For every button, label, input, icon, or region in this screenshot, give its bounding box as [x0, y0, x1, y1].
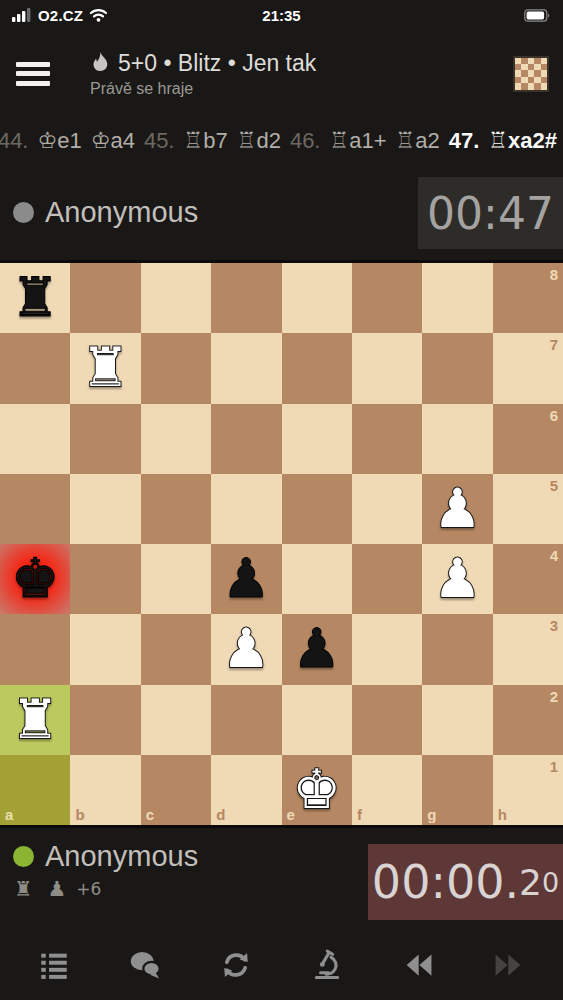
- square-e5[interactable]: [282, 474, 352, 544]
- square-h2[interactable]: 2: [493, 685, 563, 755]
- online-status-dot: [13, 846, 34, 867]
- square-b1[interactable]: b: [70, 755, 140, 825]
- rewind-icon[interactable]: [388, 942, 448, 988]
- move-list-icon[interactable]: [24, 942, 84, 988]
- file-label: d: [216, 807, 225, 822]
- move-token[interactable]: ♔a4: [91, 128, 135, 154]
- square-g1[interactable]: g: [422, 755, 492, 825]
- clock-time: 21:35: [142, 7, 421, 24]
- square-c8[interactable]: [141, 263, 211, 333]
- square-c6[interactable]: [141, 404, 211, 474]
- square-a1[interactable]: a: [0, 755, 70, 825]
- battery-icon: [524, 9, 551, 22]
- white-king[interactable]: ♚: [292, 763, 340, 817]
- move-token[interactable]: 44.: [0, 128, 28, 154]
- square-b8[interactable]: [70, 263, 140, 333]
- square-d3[interactable]: ♟: [211, 614, 281, 684]
- black-pawn[interactable]: ♟: [292, 622, 340, 676]
- file-label: h: [498, 807, 507, 822]
- square-d1[interactable]: d: [211, 755, 281, 825]
- square-a7[interactable]: [0, 333, 70, 403]
- move-token[interactable]: ♔e1: [37, 128, 81, 154]
- chess-board[interactable]: ♜8♜76♟5♚♟♟4♟♟3♜2abcde♚fg1h: [0, 260, 563, 828]
- square-b6[interactable]: [70, 404, 140, 474]
- fast-forward-icon[interactable]: [479, 942, 539, 988]
- square-f8[interactable]: [352, 263, 422, 333]
- rematch-loop-icon[interactable]: [206, 942, 266, 988]
- chat-icon[interactable]: [115, 942, 175, 988]
- wifi-icon: [89, 8, 108, 22]
- status-bar: O2.CZ 21:35: [0, 0, 563, 30]
- move-list: e1♖f2+44.♔e1♔a445.♖b7♖d246.♖a1+♖a247.♖xa…: [0, 117, 563, 165]
- file-label: b: [75, 807, 84, 822]
- square-c5[interactable]: [141, 474, 211, 544]
- white-pawn[interactable]: ♟: [433, 482, 481, 536]
- square-e4[interactable]: [282, 544, 352, 614]
- square-f2[interactable]: [352, 685, 422, 755]
- black-rook[interactable]: ♜: [11, 271, 59, 325]
- rank-label: 4: [550, 548, 558, 563]
- rank-label: 7: [550, 337, 558, 352]
- move-token[interactable]: ♖xa2#: [488, 128, 557, 154]
- square-a3[interactable]: [0, 614, 70, 684]
- square-b4[interactable]: [70, 544, 140, 614]
- square-d6[interactable]: [211, 404, 281, 474]
- bottom-toolbar: [0, 930, 563, 1000]
- rank-label: 5: [550, 478, 558, 493]
- signal-strength-icon: [12, 8, 32, 22]
- rank-label: 6: [550, 408, 558, 423]
- menu-button[interactable]: [16, 62, 50, 86]
- square-c2[interactable]: [141, 685, 211, 755]
- square-d8[interactable]: [211, 263, 281, 333]
- square-f7[interactable]: [352, 333, 422, 403]
- black-king[interactable]: ♚: [11, 552, 59, 606]
- move-token[interactable]: ♖d2: [237, 128, 281, 154]
- rank-label: 2: [550, 689, 558, 704]
- square-b5[interactable]: [70, 474, 140, 544]
- square-g3[interactable]: [422, 614, 492, 684]
- square-e6[interactable]: [282, 404, 352, 474]
- square-f1[interactable]: f: [352, 755, 422, 825]
- square-e8[interactable]: [282, 263, 352, 333]
- square-h4[interactable]: 4: [493, 544, 563, 614]
- opponent-clock: 00:47: [418, 177, 563, 249]
- blitz-flame-icon: [90, 51, 111, 75]
- square-a6[interactable]: [0, 404, 70, 474]
- square-d7[interactable]: [211, 333, 281, 403]
- app-screen: O2.CZ 21:35 5: [0, 0, 563, 1000]
- square-f5[interactable]: [352, 474, 422, 544]
- opponent-row: Anonymous 00:47: [0, 165, 563, 260]
- captured-pieces: ♜ ♟: [14, 877, 70, 901]
- square-d4[interactable]: ♟: [211, 544, 281, 614]
- square-h8[interactable]: 8: [493, 263, 563, 333]
- square-b7[interactable]: ♜: [70, 333, 140, 403]
- carrier-label: O2.CZ: [38, 7, 83, 24]
- white-pawn[interactable]: ♟: [433, 552, 481, 606]
- game-header: 5+0 • Blitz • Jen tak Právě se hraje: [0, 30, 563, 117]
- board-preview-icon[interactable]: [515, 58, 547, 90]
- file-label: c: [146, 807, 154, 822]
- offline-status-dot: [13, 202, 34, 223]
- square-a8[interactable]: ♜: [0, 263, 70, 333]
- white-rook[interactable]: ♜: [11, 693, 59, 747]
- square-d5[interactable]: [211, 474, 281, 544]
- game-status-text: Právě se hraje: [90, 80, 316, 98]
- file-label: g: [427, 807, 436, 822]
- square-f6[interactable]: [352, 404, 422, 474]
- square-c1[interactable]: c: [141, 755, 211, 825]
- game-title: 5+0 • Blitz • Jen tak: [118, 50, 316, 77]
- square-h6[interactable]: 6: [493, 404, 563, 474]
- square-h5[interactable]: 5: [493, 474, 563, 544]
- player-name[interactable]: Anonymous: [45, 840, 198, 873]
- square-a4[interactable]: ♚: [0, 544, 70, 614]
- square-h3[interactable]: 3: [493, 614, 563, 684]
- move-token[interactable]: 47.: [449, 128, 480, 154]
- square-g2[interactable]: [422, 685, 492, 755]
- square-a2[interactable]: ♜: [0, 685, 70, 755]
- file-label: f: [357, 807, 362, 822]
- square-c7[interactable]: [141, 333, 211, 403]
- square-d2[interactable]: [211, 685, 281, 755]
- square-c3[interactable]: [141, 614, 211, 684]
- move-token[interactable]: 45.: [144, 128, 175, 154]
- square-a5[interactable]: [0, 474, 70, 544]
- rank-label: 8: [550, 267, 558, 282]
- square-e7[interactable]: [282, 333, 352, 403]
- square-g7[interactable]: [422, 333, 492, 403]
- square-e3[interactable]: ♟: [282, 614, 352, 684]
- square-b2[interactable]: [70, 685, 140, 755]
- move-token[interactable]: ♖a2: [396, 128, 440, 154]
- square-g5[interactable]: ♟: [422, 474, 492, 544]
- square-g8[interactable]: [422, 263, 492, 333]
- square-f3[interactable]: [352, 614, 422, 684]
- material-advantage: +6: [76, 879, 101, 899]
- player-clock: 00:00.20: [368, 844, 563, 920]
- rank-label: 1: [550, 759, 558, 774]
- analysis-microscope-icon[interactable]: [297, 942, 357, 988]
- square-g6[interactable]: [422, 404, 492, 474]
- move-token[interactable]: ♖a1+: [329, 128, 386, 154]
- move-token[interactable]: 46.: [290, 128, 321, 154]
- rank-label: 3: [550, 618, 558, 633]
- square-f4[interactable]: [352, 544, 422, 614]
- opponent-name[interactable]: Anonymous: [45, 196, 198, 229]
- player-row: Anonymous ♜ ♟ +6 00:00.20: [0, 828, 563, 930]
- square-g4[interactable]: ♟: [422, 544, 492, 614]
- square-e2[interactable]: [282, 685, 352, 755]
- square-b3[interactable]: [70, 614, 140, 684]
- file-label: a: [5, 807, 13, 822]
- move-token[interactable]: ♖b7: [183, 128, 227, 154]
- square-e1[interactable]: e♚: [282, 755, 352, 825]
- square-h1[interactable]: 1h: [493, 755, 563, 825]
- square-c4[interactable]: [141, 544, 211, 614]
- white-rook[interactable]: ♜: [81, 341, 129, 395]
- square-h7[interactable]: 7: [493, 333, 563, 403]
- black-pawn[interactable]: ♟: [222, 552, 270, 606]
- white-pawn[interactable]: ♟: [222, 622, 270, 676]
